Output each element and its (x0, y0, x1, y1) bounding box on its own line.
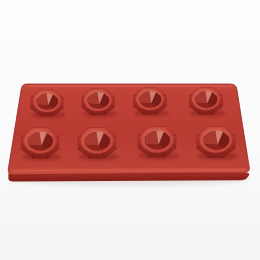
tray-front-edge-highlight (13, 170, 245, 171)
photo-canvas (0, 0, 260, 260)
mold-tray-illustration (0, 0, 260, 260)
